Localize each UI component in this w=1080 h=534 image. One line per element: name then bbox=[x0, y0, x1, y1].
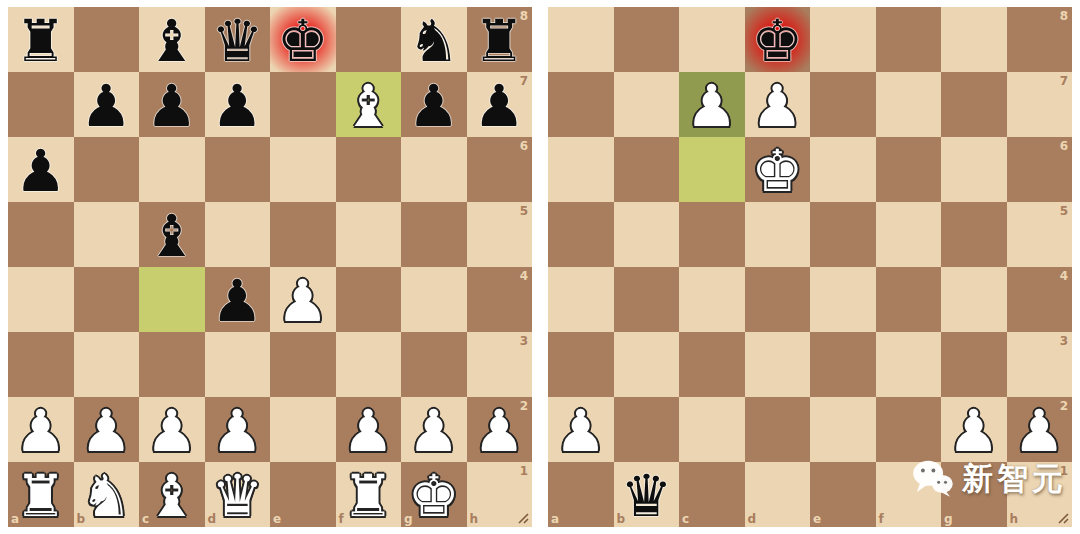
square-b8[interactable] bbox=[74, 7, 140, 72]
square-h2[interactable]: ♟2 bbox=[467, 397, 533, 462]
square-e1[interactable]: e bbox=[270, 462, 336, 527]
square-b6[interactable] bbox=[74, 137, 140, 202]
square-f8[interactable] bbox=[336, 7, 402, 72]
square-h2[interactable]: ♟2 bbox=[1007, 397, 1073, 462]
square-e4[interactable] bbox=[810, 267, 876, 332]
square-g5[interactable] bbox=[941, 202, 1007, 267]
rank-label-5: 5 bbox=[520, 204, 528, 218]
square-b7[interactable] bbox=[614, 72, 680, 137]
square-c8[interactable] bbox=[679, 7, 745, 72]
piece-white-king[interactable]: ♚ bbox=[745, 138, 811, 203]
piece-white-bishop[interactable]: ♝ bbox=[336, 73, 402, 138]
piece-black-knight[interactable]: ♞ bbox=[401, 8, 467, 73]
square-g7[interactable] bbox=[941, 72, 1007, 137]
rank-label-1: 1 bbox=[520, 464, 528, 478]
piece-white-pawn[interactable]: ♟ bbox=[401, 398, 467, 463]
square-d4[interactable] bbox=[745, 267, 811, 332]
square-f2[interactable]: ♟ bbox=[336, 397, 402, 462]
file-label-e: e bbox=[273, 512, 281, 526]
square-e8[interactable]: ♚ bbox=[270, 7, 336, 72]
square-f1[interactable]: ♜f bbox=[336, 462, 402, 527]
square-c3[interactable] bbox=[139, 332, 205, 397]
square-a6[interactable] bbox=[548, 137, 614, 202]
square-c2[interactable]: ♟ bbox=[139, 397, 205, 462]
square-b7[interactable]: ♟ bbox=[74, 72, 140, 137]
square-e3[interactable] bbox=[810, 332, 876, 397]
rank-label-6: 6 bbox=[520, 139, 528, 153]
square-g8[interactable]: ♞ bbox=[401, 7, 467, 72]
square-d1[interactable]: ♛d bbox=[205, 462, 271, 527]
square-g1[interactable]: g bbox=[941, 462, 1007, 527]
file-label-g: g bbox=[404, 512, 413, 526]
square-c4[interactable] bbox=[679, 267, 745, 332]
file-label-f: f bbox=[879, 512, 884, 526]
piece-white-pawn[interactable]: ♟ bbox=[679, 73, 745, 138]
rank-label-8: 8 bbox=[1060, 9, 1068, 23]
square-d7[interactable]: ♟ bbox=[745, 72, 811, 137]
piece-black-pawn[interactable]: ♟ bbox=[8, 138, 74, 203]
square-f5[interactable] bbox=[336, 202, 402, 267]
piece-black-pawn[interactable]: ♟ bbox=[74, 73, 140, 138]
piece-white-pawn[interactable]: ♟ bbox=[205, 398, 271, 463]
rank-label-1: 1 bbox=[1060, 464, 1068, 478]
piece-black-bishop[interactable]: ♝ bbox=[139, 8, 205, 73]
square-h6[interactable]: 6 bbox=[467, 137, 533, 202]
square-a8[interactable]: ♜ bbox=[8, 7, 74, 72]
piece-white-pawn[interactable]: ♟ bbox=[8, 398, 74, 463]
rank-label-4: 4 bbox=[520, 269, 528, 283]
board-resize-handle-icon[interactable] bbox=[516, 511, 530, 525]
square-g1[interactable]: ♚g bbox=[401, 462, 467, 527]
square-c1[interactable]: c bbox=[679, 462, 745, 527]
square-g6[interactable] bbox=[941, 137, 1007, 202]
square-a3[interactable] bbox=[8, 332, 74, 397]
square-f3[interactable] bbox=[336, 332, 402, 397]
square-b4[interactable] bbox=[74, 267, 140, 332]
piece-white-pawn[interactable]: ♟ bbox=[139, 398, 205, 463]
square-b1[interactable]: ♛b bbox=[614, 462, 680, 527]
piece-black-king[interactable]: ♚ bbox=[745, 8, 811, 73]
square-a4[interactable] bbox=[548, 267, 614, 332]
square-h4[interactable]: 4 bbox=[1007, 267, 1073, 332]
square-a8[interactable] bbox=[548, 7, 614, 72]
square-a5[interactable] bbox=[8, 202, 74, 267]
square-b5[interactable] bbox=[74, 202, 140, 267]
file-label-c: c bbox=[142, 512, 149, 526]
piece-black-pawn[interactable]: ♟ bbox=[139, 73, 205, 138]
rank-label-5: 5 bbox=[1060, 204, 1068, 218]
square-a4[interactable] bbox=[8, 267, 74, 332]
square-d6[interactable] bbox=[205, 137, 271, 202]
square-a6[interactable]: ♟ bbox=[8, 137, 74, 202]
file-label-c: c bbox=[682, 512, 689, 526]
square-f6[interactable] bbox=[336, 137, 402, 202]
square-d2[interactable]: ♟ bbox=[205, 397, 271, 462]
file-label-h: h bbox=[1010, 512, 1019, 526]
square-h6[interactable]: 6 bbox=[1007, 137, 1073, 202]
rank-label-4: 4 bbox=[1060, 269, 1068, 283]
square-f8[interactable] bbox=[876, 7, 942, 72]
rank-label-2: 2 bbox=[520, 399, 528, 413]
square-g4[interactable] bbox=[401, 267, 467, 332]
square-a2[interactable]: ♟ bbox=[8, 397, 74, 462]
piece-white-pawn[interactable]: ♟ bbox=[270, 268, 336, 333]
square-c3[interactable] bbox=[679, 332, 745, 397]
rank-label-3: 3 bbox=[1060, 334, 1068, 348]
chessboard-left[interactable]: ♜♝♛♚♞♜8♟♟♟♝♟♟7♟6♝5♟♟43♟♟♟♟♟♟♟2♜a♞b♝c♛de♜… bbox=[8, 7, 532, 527]
square-f2[interactable] bbox=[876, 397, 942, 462]
square-c6[interactable] bbox=[679, 137, 745, 202]
file-label-a: a bbox=[551, 512, 559, 526]
square-b3[interactable] bbox=[74, 332, 140, 397]
square-b4[interactable] bbox=[614, 267, 680, 332]
chessboard-right[interactable]: ♚8♟♟7♚6543♟♟♟2a♛bcdefgh1 bbox=[548, 7, 1072, 527]
square-c5[interactable]: ♝ bbox=[139, 202, 205, 267]
square-h5[interactable]: 5 bbox=[1007, 202, 1073, 267]
square-g8[interactable] bbox=[941, 7, 1007, 72]
square-a1[interactable]: ♜a bbox=[8, 462, 74, 527]
square-c5[interactable] bbox=[679, 202, 745, 267]
square-h8[interactable]: ♜8 bbox=[467, 7, 533, 72]
piece-black-pawn[interactable]: ♟ bbox=[401, 73, 467, 138]
rank-label-2: 2 bbox=[1060, 399, 1068, 413]
square-f6[interactable] bbox=[876, 137, 942, 202]
piece-white-rook[interactable]: ♜ bbox=[336, 463, 402, 528]
file-label-g: g bbox=[944, 512, 953, 526]
square-h3[interactable]: 3 bbox=[467, 332, 533, 397]
square-f7[interactable]: ♝ bbox=[336, 72, 402, 137]
square-f4[interactable] bbox=[336, 267, 402, 332]
square-e1[interactable]: e bbox=[810, 462, 876, 527]
piece-white-pawn[interactable]: ♟ bbox=[336, 398, 402, 463]
square-d6[interactable]: ♚ bbox=[745, 137, 811, 202]
piece-white-pawn[interactable]: ♟ bbox=[941, 398, 1007, 463]
rank-label-7: 7 bbox=[1060, 74, 1068, 88]
square-f4[interactable] bbox=[876, 267, 942, 332]
square-d3[interactable] bbox=[745, 332, 811, 397]
square-d7[interactable]: ♟ bbox=[205, 72, 271, 137]
piece-black-queen[interactable]: ♛ bbox=[205, 8, 271, 73]
square-e5[interactable] bbox=[270, 202, 336, 267]
square-b5[interactable] bbox=[614, 202, 680, 267]
square-a7[interactable] bbox=[548, 72, 614, 137]
square-h8[interactable]: 8 bbox=[1007, 7, 1073, 72]
square-b8[interactable] bbox=[614, 7, 680, 72]
square-c8[interactable]: ♝ bbox=[139, 7, 205, 72]
square-c7[interactable]: ♟ bbox=[139, 72, 205, 137]
piece-white-pawn[interactable]: ♟ bbox=[74, 398, 140, 463]
square-d8[interactable]: ♛ bbox=[205, 7, 271, 72]
square-c4[interactable] bbox=[139, 267, 205, 332]
file-label-d: d bbox=[208, 512, 217, 526]
rank-label-3: 3 bbox=[520, 334, 528, 348]
square-e7[interactable] bbox=[270, 72, 336, 137]
square-f3[interactable] bbox=[876, 332, 942, 397]
square-d5[interactable] bbox=[205, 202, 271, 267]
file-label-e: e bbox=[813, 512, 821, 526]
square-g3[interactable] bbox=[401, 332, 467, 397]
square-g2[interactable]: ♟ bbox=[941, 397, 1007, 462]
square-h4[interactable]: 4 bbox=[467, 267, 533, 332]
square-e2[interactable] bbox=[270, 397, 336, 462]
square-b2[interactable] bbox=[614, 397, 680, 462]
square-e5[interactable] bbox=[810, 202, 876, 267]
square-d4[interactable]: ♟ bbox=[205, 267, 271, 332]
file-label-d: d bbox=[748, 512, 757, 526]
square-b2[interactable]: ♟ bbox=[74, 397, 140, 462]
piece-black-king[interactable]: ♚ bbox=[270, 8, 336, 73]
piece-black-rook[interactable]: ♜ bbox=[8, 8, 74, 73]
square-h3[interactable]: 3 bbox=[1007, 332, 1073, 397]
square-g7[interactable]: ♟ bbox=[401, 72, 467, 137]
square-g2[interactable]: ♟ bbox=[401, 397, 467, 462]
square-a1[interactable]: a bbox=[548, 462, 614, 527]
square-e3[interactable] bbox=[270, 332, 336, 397]
file-label-a: a bbox=[11, 512, 19, 526]
square-d5[interactable] bbox=[745, 202, 811, 267]
square-a7[interactable] bbox=[8, 72, 74, 137]
file-label-b: b bbox=[77, 512, 86, 526]
square-e2[interactable] bbox=[810, 397, 876, 462]
square-g4[interactable] bbox=[941, 267, 1007, 332]
piece-white-pawn[interactable]: ♟ bbox=[745, 73, 811, 138]
square-h5[interactable]: 5 bbox=[467, 202, 533, 267]
square-g6[interactable] bbox=[401, 137, 467, 202]
square-f7[interactable] bbox=[876, 72, 942, 137]
square-f1[interactable]: f bbox=[876, 462, 942, 527]
square-e6[interactable] bbox=[810, 137, 876, 202]
square-a2[interactable]: ♟ bbox=[548, 397, 614, 462]
square-c1[interactable]: ♝c bbox=[139, 462, 205, 527]
square-e7[interactable] bbox=[810, 72, 876, 137]
square-h7[interactable]: 7 bbox=[1007, 72, 1073, 137]
square-e8[interactable] bbox=[810, 7, 876, 72]
square-b6[interactable] bbox=[614, 137, 680, 202]
piece-black-pawn[interactable]: ♟ bbox=[205, 268, 271, 333]
rank-label-6: 6 bbox=[1060, 139, 1068, 153]
square-d3[interactable] bbox=[205, 332, 271, 397]
square-f5[interactable] bbox=[876, 202, 942, 267]
rank-label-8: 8 bbox=[520, 9, 528, 23]
square-c2[interactable] bbox=[679, 397, 745, 462]
square-c6[interactable] bbox=[139, 137, 205, 202]
square-a5[interactable] bbox=[548, 202, 614, 267]
square-d1[interactable]: d bbox=[745, 462, 811, 527]
square-c7[interactable]: ♟ bbox=[679, 72, 745, 137]
rank-label-7: 7 bbox=[520, 74, 528, 88]
board-resize-handle-icon[interactable] bbox=[1056, 511, 1070, 525]
square-g3[interactable] bbox=[941, 332, 1007, 397]
square-h7[interactable]: ♟7 bbox=[467, 72, 533, 137]
square-d8[interactable]: ♚ bbox=[745, 7, 811, 72]
file-label-h: h bbox=[470, 512, 479, 526]
square-b3[interactable] bbox=[614, 332, 680, 397]
file-label-f: f bbox=[339, 512, 344, 526]
square-b1[interactable]: ♞b bbox=[74, 462, 140, 527]
square-a3[interactable] bbox=[548, 332, 614, 397]
file-label-b: b bbox=[617, 512, 626, 526]
square-e6[interactable] bbox=[270, 137, 336, 202]
square-e4[interactable]: ♟ bbox=[270, 267, 336, 332]
piece-black-pawn[interactable]: ♟ bbox=[205, 73, 271, 138]
square-d2[interactable] bbox=[745, 397, 811, 462]
piece-black-bishop[interactable]: ♝ bbox=[139, 203, 205, 268]
square-g5[interactable] bbox=[401, 202, 467, 267]
piece-white-pawn[interactable]: ♟ bbox=[548, 398, 614, 463]
